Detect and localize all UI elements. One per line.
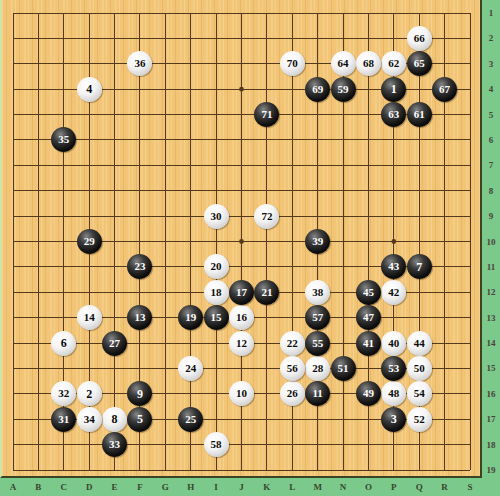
- stone-white-28: 28: [305, 356, 330, 381]
- row-label-9: 9: [483, 210, 499, 222]
- stone-black-69: 69: [305, 77, 330, 102]
- stone-white-42: 42: [381, 280, 406, 305]
- stone-black-59: 59: [331, 77, 356, 102]
- col-label-K: K: [260, 479, 274, 496]
- stone-black-31: 31: [51, 407, 76, 432]
- star-point: [239, 239, 244, 244]
- go-diagram: 1234567891011121314151617181920212223242…: [0, 0, 500, 496]
- row-label-13: 13: [483, 312, 499, 324]
- stone-black-1: 1: [381, 77, 406, 102]
- stone-white-2: 2: [77, 381, 102, 406]
- stone-white-72: 72: [254, 204, 279, 229]
- stone-white-6: 6: [51, 331, 76, 356]
- stone-black-17: 17: [229, 280, 254, 305]
- col-label-J: J: [235, 479, 249, 496]
- stone-black-3: 3: [381, 407, 406, 432]
- row-label-17: 17: [483, 413, 499, 425]
- row-label-19: 19: [483, 464, 499, 476]
- stone-white-20: 20: [204, 254, 229, 279]
- stone-white-14: 14: [77, 305, 102, 330]
- col-label-N: N: [336, 479, 350, 496]
- stone-white-58: 58: [204, 432, 229, 457]
- stone-white-12: 12: [229, 331, 254, 356]
- row-label-10: 10: [483, 236, 499, 248]
- col-label-E: E: [108, 479, 122, 496]
- col-label-B: B: [31, 479, 45, 496]
- stone-white-38: 38: [305, 280, 330, 305]
- stone-white-4: 4: [77, 77, 102, 102]
- stone-black-21: 21: [254, 280, 279, 305]
- row-label-2: 2: [483, 32, 499, 44]
- col-label-F: F: [133, 479, 147, 496]
- stone-white-16: 16: [229, 305, 254, 330]
- stone-white-70: 70: [280, 51, 305, 76]
- stone-black-47: 47: [356, 305, 381, 330]
- row-label-8: 8: [483, 185, 499, 197]
- stone-black-65: 65: [407, 51, 432, 76]
- col-label-H: H: [184, 479, 198, 496]
- row-label-18: 18: [483, 439, 499, 451]
- stone-white-40: 40: [381, 331, 406, 356]
- col-label-P: P: [387, 479, 401, 496]
- stone-black-45: 45: [356, 280, 381, 305]
- col-label-M: M: [311, 479, 325, 496]
- stone-black-15: 15: [204, 305, 229, 330]
- row-label-14: 14: [483, 337, 499, 349]
- stone-white-34: 34: [77, 407, 102, 432]
- stone-black-29: 29: [77, 229, 102, 254]
- col-label-C: C: [57, 479, 71, 496]
- star-point: [391, 239, 396, 244]
- stone-black-51: 51: [331, 356, 356, 381]
- row-label-3: 3: [483, 58, 499, 70]
- stone-white-18: 18: [204, 280, 229, 305]
- stone-white-52: 52: [407, 407, 432, 432]
- row-label-11: 11: [483, 261, 499, 273]
- row-label-15: 15: [483, 362, 499, 374]
- col-label-D: D: [82, 479, 96, 496]
- stone-white-64: 64: [331, 51, 356, 76]
- col-label-Q: Q: [412, 479, 426, 496]
- stone-black-5: 5: [127, 407, 152, 432]
- stone-white-30: 30: [204, 204, 229, 229]
- stone-black-41: 41: [356, 331, 381, 356]
- stone-black-67: 67: [432, 77, 457, 102]
- stone-white-26: 26: [280, 381, 305, 406]
- col-label-I: I: [209, 479, 223, 496]
- stone-black-55: 55: [305, 331, 330, 356]
- stone-black-7: 7: [407, 254, 432, 279]
- col-label-S: S: [463, 479, 477, 496]
- row-label-5: 5: [483, 109, 499, 121]
- row-label-16: 16: [483, 388, 499, 400]
- stone-white-22: 22: [280, 331, 305, 356]
- row-label-6: 6: [483, 134, 499, 146]
- stone-white-54: 54: [407, 381, 432, 406]
- stone-black-27: 27: [102, 331, 127, 356]
- stone-black-25: 25: [178, 407, 203, 432]
- col-label-R: R: [438, 479, 452, 496]
- row-label-7: 7: [483, 159, 499, 171]
- stone-white-56: 56: [280, 356, 305, 381]
- stone-white-44: 44: [407, 331, 432, 356]
- col-label-A: A: [6, 479, 20, 496]
- col-label-G: G: [158, 479, 172, 496]
- stone-black-39: 39: [305, 229, 330, 254]
- stone-white-24: 24: [178, 356, 203, 381]
- row-label-1: 1: [483, 7, 499, 19]
- stone-white-66: 66: [407, 26, 432, 51]
- star-point: [239, 87, 244, 92]
- col-label-L: L: [285, 479, 299, 496]
- stone-black-61: 61: [407, 102, 432, 127]
- row-label-12: 12: [483, 286, 499, 298]
- stone-white-8: 8: [102, 407, 127, 432]
- go-board[interactable]: 1234567891011121314151617181920212223242…: [0, 0, 482, 478]
- col-label-O: O: [361, 479, 375, 496]
- row-label-4: 4: [483, 83, 499, 95]
- stone-white-50: 50: [407, 356, 432, 381]
- stone-black-33: 33: [102, 432, 127, 457]
